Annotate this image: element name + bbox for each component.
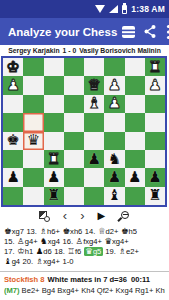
piece-figurine: ♙ <box>17 236 25 246</box>
piece-black-rook: ♜ <box>47 188 60 203</box>
piece-figurine: ♟ <box>36 246 44 256</box>
piece-white-pawn: ♟ <box>6 78 19 93</box>
square[interactable] <box>44 95 64 113</box>
piece-white-pawn: ♟ <box>148 78 161 93</box>
white-player-name: Sergey Karjakin <box>8 47 59 54</box>
move-number: 20. <box>23 257 34 266</box>
navigation-toolbar: ‹ › ▶ <box>0 207 169 225</box>
square[interactable]: ♟ <box>145 76 165 94</box>
move-line: ♝g420.♗xg4+1-0 <box>4 256 167 266</box>
board-grid: ♚♜♟♛♟♟♝♟♚♛♜♟♞♟♟♟♟♟♜♝♜ <box>3 58 165 205</box>
move[interactable]: ♝g4 <box>4 257 20 266</box>
square[interactable] <box>145 132 165 150</box>
piece-white-bishop: ♝ <box>87 96 100 111</box>
move[interactable]: ♚xh6 <box>62 227 82 236</box>
move[interactable]: ♞xg4 <box>40 237 60 246</box>
square[interactable] <box>125 58 145 76</box>
piece-figurine: ♖ <box>67 246 75 256</box>
move[interactable]: ♗h6+ <box>39 227 60 236</box>
square[interactable] <box>84 187 104 205</box>
piece-black-rook: ♜ <box>148 188 161 203</box>
square[interactable] <box>23 76 43 94</box>
piece-figurine: ♗ <box>118 246 126 256</box>
move-line: ♚xg713.♗h6+♚xh614.♕d2+♚h5 <box>4 226 167 236</box>
square[interactable]: ♜ <box>44 187 64 205</box>
engine-depth: d=36 <box>109 275 127 284</box>
square[interactable]: ♟ <box>145 168 165 186</box>
move[interactable]: ♚h5 <box>121 227 137 236</box>
move[interactable]: ♙g4+ <box>17 237 38 246</box>
square[interactable]: ♜ <box>44 150 64 168</box>
engine-name: Stockfish 8 <box>4 275 45 284</box>
app-bar: Analyze your Chess <box>0 18 169 45</box>
square[interactable] <box>125 113 145 131</box>
current-move[interactable]: ♛g5 <box>84 247 103 256</box>
square[interactable] <box>23 95 43 113</box>
move-number: 13. <box>26 227 37 236</box>
square[interactable] <box>84 132 104 150</box>
move-line: 17.♔h1♟d618.♖f6♛g519.♗e2+ <box>4 246 167 256</box>
square[interactable] <box>64 150 84 168</box>
piece-black-pawn: ♟ <box>87 152 100 167</box>
clock-text: 1:38 AM <box>131 4 165 14</box>
next-move-button[interactable]: › <box>80 207 84 225</box>
square[interactable] <box>84 58 104 76</box>
square[interactable]: ♛ <box>84 76 104 94</box>
piece-black-knight: ♞ <box>108 152 121 167</box>
square[interactable] <box>23 58 43 76</box>
piece-figurine: ♞ <box>40 236 48 246</box>
square[interactable] <box>3 95 23 113</box>
move-list: ♚xg713.♗h6+♚xh614.♕d2+♚h515.♙g4+♞xg416.♙… <box>4 226 167 266</box>
engine-time: 00:11 <box>131 275 150 284</box>
piece-black-queen: ♛ <box>27 133 40 148</box>
square[interactable] <box>104 113 124 131</box>
piece-black-king: ♚ <box>6 133 19 148</box>
square[interactable]: ♟ <box>84 150 104 168</box>
square[interactable]: ♜ <box>145 58 165 76</box>
square[interactable] <box>64 113 84 131</box>
square[interactable] <box>44 58 64 76</box>
square[interactable] <box>104 132 124 150</box>
previous-move-button[interactable]: ‹ <box>63 207 67 225</box>
piece-figurine: ♕ <box>98 226 106 236</box>
square[interactable]: ♟ <box>44 168 64 186</box>
piece-white-rook: ♜ <box>47 152 60 167</box>
square[interactable] <box>64 132 84 150</box>
piece-figurine: ♚ <box>4 226 12 236</box>
square[interactable]: ♛ <box>23 132 43 150</box>
square[interactable] <box>64 95 84 113</box>
piece-figurine: ♛ <box>85 246 93 256</box>
piece-black-pawn: ♟ <box>47 170 60 185</box>
piece-black-pawn: ♟ <box>6 170 19 185</box>
setup-board-icon[interactable] <box>39 211 50 222</box>
setup-board-piece <box>44 216 50 222</box>
square[interactable] <box>145 95 165 113</box>
square[interactable] <box>23 150 43 168</box>
engine-status-line: Stockfish 8White mates in 7d=3600:11 <box>4 275 165 284</box>
piece-figurine: ♗ <box>36 256 44 266</box>
square[interactable]: ♟ <box>3 76 23 94</box>
square[interactable] <box>125 76 145 94</box>
square[interactable]: ♝ <box>104 187 124 205</box>
chess-board[interactable]: ♚♜♟♛♟♟♝♟♚♛♜♟♞♟♟♟♟♟♜♝♜ <box>1 56 167 207</box>
square[interactable]: ♟ <box>3 168 23 186</box>
piece-white-pawn: ♟ <box>108 78 121 93</box>
engine-eval: White mates in 7 <box>48 275 108 284</box>
game-result: 1 - 0 <box>63 47 77 54</box>
square[interactable]: ♟ <box>104 95 124 113</box>
move[interactable]: ♗xg4+ <box>36 257 60 266</box>
square[interactable]: ♟ <box>125 168 145 186</box>
piece-black-pawn: ♟ <box>148 170 161 185</box>
move-number: 1-0 <box>62 257 73 266</box>
square[interactable] <box>44 113 64 131</box>
piece-white-pawn: ♟ <box>108 96 121 111</box>
magnifier-handle <box>118 217 122 221</box>
square[interactable] <box>3 113 23 131</box>
engine-pv: Be2+ Bg4 Bxg4+ Kh4 Qf2+ Kxg4 Rg1+ Kh5 Rx <box>22 286 165 295</box>
game-header: Sergey Karjakin 1 - 0 Vasily Borisovich … <box>0 45 169 56</box>
square[interactable]: ♞ <box>104 150 124 168</box>
move-list-view-icon[interactable] <box>117 21 139 43</box>
move-number: 19. <box>105 247 116 256</box>
move-line: 15.♙g4+♞xg416.♙fxg4+♛xg4+ <box>4 236 167 246</box>
move[interactable]: ♛xg4+ <box>104 237 128 246</box>
move-number: 15. <box>4 237 15 246</box>
overflow-menu-icon[interactable] <box>161 21 169 43</box>
move-number: 18. <box>54 247 65 256</box>
app-title: Analyze your Chess <box>8 26 117 38</box>
piece-figurine: ♗ <box>39 226 47 236</box>
square[interactable] <box>64 58 84 76</box>
square[interactable] <box>44 132 64 150</box>
square[interactable] <box>23 187 43 205</box>
square[interactable]: ♚ <box>3 132 23 150</box>
move[interactable]: ♕d2+ <box>98 227 119 236</box>
play-button[interactable]: ▶ <box>97 207 105 225</box>
square[interactable] <box>125 150 145 168</box>
move[interactable]: ♟d6 <box>36 247 52 256</box>
battery-icon <box>122 5 127 14</box>
black-player-name: Vasily Borisovich Malinin <box>79 47 161 54</box>
square[interactable] <box>23 113 43 131</box>
cell-signal-icon <box>109 5 118 13</box>
move[interactable]: ♙fxg4+ <box>76 237 102 246</box>
move[interactable]: ♔h1 <box>17 247 33 256</box>
piece-white-rook: ♜ <box>148 60 161 75</box>
zoom-out-icon[interactable] <box>118 210 130 223</box>
piece-figurine: ♛ <box>104 236 112 246</box>
square[interactable]: ♜ <box>145 187 165 205</box>
piece-white-queen: ♛ <box>87 78 100 93</box>
piece-black-pawn: ♟ <box>128 170 141 185</box>
wifi-icon <box>95 5 105 13</box>
square[interactable] <box>3 187 23 205</box>
piece-figurine: ♚ <box>62 226 70 236</box>
square[interactable] <box>84 168 104 186</box>
piece-figurine: ♙ <box>76 236 84 246</box>
move-number: 17. <box>4 247 15 256</box>
move[interactable]: ♚xg7 <box>4 227 24 236</box>
square[interactable] <box>64 187 84 205</box>
move-number: 14. <box>85 227 96 236</box>
piece-black-pawn: ♟ <box>108 170 121 185</box>
status-bar: 1:38 AM <box>0 0 169 18</box>
piece-figurine: ♚ <box>121 226 129 236</box>
square[interactable] <box>125 95 145 113</box>
square[interactable] <box>145 150 165 168</box>
move-number: 16. <box>62 237 73 246</box>
square[interactable] <box>125 132 145 150</box>
square[interactable] <box>23 168 43 186</box>
square[interactable] <box>84 113 104 131</box>
share-icon[interactable] <box>139 21 161 43</box>
piece-white-king: ♚ <box>6 60 19 75</box>
square[interactable]: ♟ <box>104 168 124 186</box>
square[interactable]: ♟ <box>104 76 124 94</box>
move[interactable]: ♗e2+ <box>118 247 139 256</box>
square[interactable] <box>125 187 145 205</box>
engine-panel: Stockfish 8White mates in 7d=3600:11 (M7… <box>0 271 169 300</box>
square[interactable] <box>3 150 23 168</box>
piece-figurine: ♔ <box>17 246 25 256</box>
square[interactable] <box>145 113 165 131</box>
square[interactable] <box>44 76 64 94</box>
move[interactable]: ♖f6 <box>67 247 81 256</box>
square[interactable] <box>64 168 84 186</box>
piece-black-bishop: ♝ <box>108 188 121 203</box>
piece-figurine: ♝ <box>4 256 12 266</box>
magnifier-minus <box>123 214 128 215</box>
engine-pv-line: (M7)Be2+ Bg4 Bxg4+ Kh4 Qf2+ Kxg4 Rg1+ Kh… <box>4 286 165 295</box>
square[interactable]: ♝ <box>84 95 104 113</box>
mate-label: (M7) <box>4 286 20 295</box>
square[interactable] <box>64 76 84 94</box>
square[interactable]: ♚ <box>3 58 23 76</box>
square[interactable] <box>104 58 124 76</box>
